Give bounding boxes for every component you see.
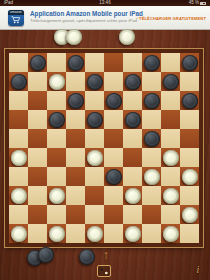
black-piece[interactable]	[11, 74, 27, 90]
black-piece[interactable]	[87, 74, 103, 90]
board	[5, 49, 203, 247]
square-10-1[interactable]	[9, 224, 28, 243]
square-1-6[interactable]	[104, 53, 123, 72]
square-5-5	[85, 129, 104, 148]
square-1-2[interactable]	[28, 53, 47, 72]
square-4-3[interactable]	[47, 110, 66, 129]
square-10-7[interactable]	[123, 224, 142, 243]
square-4-2	[28, 110, 47, 129]
square-1-8[interactable]	[142, 53, 161, 72]
square-5-3	[47, 129, 66, 148]
square-5-4[interactable]	[66, 129, 85, 148]
white-piece[interactable]	[11, 150, 27, 166]
white-piece[interactable]	[87, 226, 103, 242]
square-9-5	[85, 205, 104, 224]
white-piece[interactable]	[163, 226, 179, 242]
white-piece[interactable]	[144, 169, 160, 185]
shopping-cart-icon	[11, 16, 21, 24]
black-piece[interactable]	[163, 74, 179, 90]
square-4-7[interactable]	[123, 110, 142, 129]
black-piece[interactable]	[125, 74, 141, 90]
captured-black-piece	[79, 249, 95, 265]
square-7-5	[85, 167, 104, 186]
square-10-9[interactable]	[161, 224, 180, 243]
banner-subtitle: Téléchargement gratuit, spécifiquement c…	[30, 18, 142, 24]
square-10-2	[28, 224, 47, 243]
square-1-3	[47, 53, 66, 72]
black-piece[interactable]	[182, 93, 198, 109]
square-2-3[interactable]	[47, 72, 66, 91]
black-piece[interactable]	[106, 93, 122, 109]
square-10-4	[66, 224, 85, 243]
square-9-6[interactable]	[104, 205, 123, 224]
white-piece[interactable]	[49, 226, 65, 242]
amazon-app-icon[interactable]: amazon	[8, 10, 24, 26]
square-4-10	[180, 110, 199, 129]
white-piece[interactable]	[11, 188, 27, 204]
square-9-7	[123, 205, 142, 224]
square-2-4	[66, 72, 85, 91]
black-piece[interactable]	[68, 93, 84, 109]
white-piece[interactable]	[125, 188, 141, 204]
white-piece[interactable]	[49, 188, 65, 204]
square-3-3	[47, 91, 66, 110]
square-8-9[interactable]	[161, 186, 180, 205]
square-5-2[interactable]	[28, 129, 47, 148]
square-8-4	[66, 186, 85, 205]
square-6-5[interactable]	[85, 148, 104, 167]
download-link[interactable]: › TÉLÉCHARGER GRATUITEMENT	[136, 16, 206, 21]
square-9-2[interactable]	[28, 205, 47, 224]
square-8-2	[28, 186, 47, 205]
square-5-1	[9, 129, 28, 148]
square-10-10	[180, 224, 199, 243]
square-8-1[interactable]	[9, 186, 28, 205]
square-7-10[interactable]	[180, 167, 199, 186]
app-screen: iPad 13:46 45 % amazon Application Amazo…	[0, 0, 210, 280]
square-2-1[interactable]	[9, 72, 28, 91]
square-6-10	[180, 148, 199, 167]
square-4-1[interactable]	[9, 110, 28, 129]
white-piece[interactable]	[163, 150, 179, 166]
square-2-9[interactable]	[161, 72, 180, 91]
ad-banner[interactable]: amazon Application Amazon Mobile pour iP…	[0, 6, 210, 30]
square-2-10	[180, 72, 199, 91]
square-3-5	[85, 91, 104, 110]
square-7-7	[123, 167, 142, 186]
square-6-1[interactable]	[9, 148, 28, 167]
square-6-9[interactable]	[161, 148, 180, 167]
square-7-4[interactable]	[66, 167, 85, 186]
square-9-1	[9, 205, 28, 224]
square-10-3[interactable]	[47, 224, 66, 243]
square-9-9	[161, 205, 180, 224]
square-8-3[interactable]	[47, 186, 66, 205]
white-piece[interactable]	[49, 74, 65, 90]
square-4-9[interactable]	[161, 110, 180, 129]
square-10-8	[142, 224, 161, 243]
black-piece[interactable]	[87, 112, 103, 128]
square-6-6	[104, 148, 123, 167]
battery-icon	[200, 2, 206, 5]
black-piece[interactable]	[68, 55, 84, 71]
square-4-4	[66, 110, 85, 129]
black-piece[interactable]	[182, 55, 198, 71]
square-9-10[interactable]	[180, 205, 199, 224]
square-9-8[interactable]	[142, 205, 161, 224]
white-piece[interactable]	[11, 226, 27, 242]
square-3-10[interactable]	[180, 91, 199, 110]
square-10-5[interactable]	[85, 224, 104, 243]
square-1-10[interactable]	[180, 53, 199, 72]
square-7-9	[161, 167, 180, 186]
white-piece[interactable]	[182, 207, 198, 223]
square-5-10[interactable]	[180, 129, 199, 148]
square-7-8[interactable]	[142, 167, 161, 186]
square-6-4	[66, 148, 85, 167]
square-6-3[interactable]	[47, 148, 66, 167]
black-piece[interactable]	[106, 169, 122, 185]
square-1-5	[85, 53, 104, 72]
square-3-8[interactable]	[142, 91, 161, 110]
square-8-7[interactable]	[123, 186, 142, 205]
black-piece[interactable]	[144, 55, 160, 71]
square-6-8	[142, 148, 161, 167]
square-6-2	[28, 148, 47, 167]
captured-black-piece	[38, 247, 54, 263]
black-piece[interactable]	[144, 93, 160, 109]
square-8-10	[180, 186, 199, 205]
square-6-7[interactable]	[123, 148, 142, 167]
turn-indicator-arrow: ↑	[100, 247, 112, 263]
square-8-5[interactable]	[85, 186, 104, 205]
square-3-2[interactable]	[28, 91, 47, 110]
square-1-4[interactable]	[66, 53, 85, 72]
captured-white-piece	[66, 29, 82, 45]
square-5-7	[123, 129, 142, 148]
black-piece[interactable]	[49, 112, 65, 128]
square-2-7[interactable]	[123, 72, 142, 91]
black-piece[interactable]	[144, 131, 160, 147]
board-menu-icon[interactable]	[97, 265, 111, 277]
square-7-3	[47, 167, 66, 186]
square-3-9	[161, 91, 180, 110]
square-2-5[interactable]	[85, 72, 104, 91]
square-5-8[interactable]	[142, 129, 161, 148]
white-piece[interactable]	[87, 150, 103, 166]
square-8-6	[104, 186, 123, 205]
info-button[interactable]: i	[193, 264, 203, 276]
square-5-9	[161, 129, 180, 148]
square-7-6[interactable]	[104, 167, 123, 186]
square-3-6[interactable]	[104, 91, 123, 110]
captured-white-piece	[119, 29, 135, 45]
square-3-1	[9, 91, 28, 110]
square-9-3	[47, 205, 66, 224]
white-piece[interactable]	[163, 188, 179, 204]
square-3-7	[123, 91, 142, 110]
square-2-2	[28, 72, 47, 91]
square-1-7	[123, 53, 142, 72]
black-piece[interactable]	[30, 55, 46, 71]
square-4-6	[104, 110, 123, 129]
square-2-8	[142, 72, 161, 91]
banner-title: Application Amazon Mobile pour iPad	[30, 10, 142, 18]
square-7-2[interactable]	[28, 167, 47, 186]
white-piece[interactable]	[125, 226, 141, 242]
amazon-logo-text: amazon	[8, 10, 24, 15]
square-4-5[interactable]	[85, 110, 104, 129]
square-2-6	[104, 72, 123, 91]
square-4-8	[142, 110, 161, 129]
square-1-9	[161, 53, 180, 72]
square-7-1	[9, 167, 28, 186]
black-piece[interactable]	[125, 112, 141, 128]
square-1-1	[9, 53, 28, 72]
square-3-4[interactable]	[66, 91, 85, 110]
square-10-6	[104, 224, 123, 243]
square-8-8	[142, 186, 161, 205]
square-9-4[interactable]	[66, 205, 85, 224]
square-5-6[interactable]	[104, 129, 123, 148]
white-piece[interactable]	[182, 169, 198, 185]
